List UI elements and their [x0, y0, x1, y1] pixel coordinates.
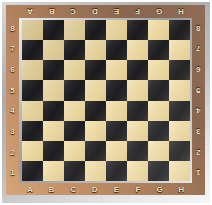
rank-labels-left-4: 4 — [6, 101, 19, 122]
file-labels-top-d: D — [84, 5, 106, 18]
file-labels-bottom: ABCDEFGH — [19, 183, 192, 195]
square-f1[interactable] — [127, 161, 148, 181]
rank-labels-left-8: 8 — [6, 18, 19, 39]
file-labels-bottom-d: D — [84, 183, 106, 195]
square-d3[interactable] — [85, 121, 106, 141]
rank-labels-left-5: 5 — [6, 80, 19, 101]
square-a6[interactable] — [22, 60, 43, 80]
square-b6[interactable] — [43, 60, 64, 80]
square-a7[interactable] — [22, 40, 43, 60]
square-c6[interactable] — [64, 60, 85, 80]
square-c1[interactable] — [64, 161, 85, 181]
rank-labels-left-2: 2 — [6, 142, 19, 163]
file-labels-top-h: H — [170, 5, 192, 18]
chessboard-widget: ABCDEFGH 87654321 87654321 ABCDEFGH — [0, 0, 212, 205]
square-a5[interactable] — [22, 80, 43, 100]
square-a1[interactable] — [22, 161, 43, 181]
rank-labels-right-1: 1 — [192, 162, 205, 183]
square-c2[interactable] — [64, 141, 85, 161]
square-e4[interactable] — [106, 101, 127, 121]
square-d5[interactable] — [85, 80, 106, 100]
rank-labels-left: 87654321 — [6, 18, 19, 183]
square-d2[interactable] — [85, 141, 106, 161]
square-f2[interactable] — [127, 141, 148, 161]
square-b3[interactable] — [43, 121, 64, 141]
square-f3[interactable] — [127, 121, 148, 141]
file-labels-top-c: C — [62, 5, 84, 18]
square-b5[interactable] — [43, 80, 64, 100]
rank-labels-right-4: 4 — [192, 101, 205, 122]
rank-labels-left-7: 7 — [6, 39, 19, 60]
square-e3[interactable] — [106, 121, 127, 141]
square-c5[interactable] — [64, 80, 85, 100]
square-g2[interactable] — [148, 141, 169, 161]
square-d6[interactable] — [85, 60, 106, 80]
square-e7[interactable] — [106, 40, 127, 60]
board-frame: ABCDEFGH 87654321 87654321 ABCDEFGH — [6, 5, 205, 195]
square-h8[interactable] — [169, 20, 190, 40]
file-labels-top-e: E — [106, 5, 128, 18]
chess-board — [22, 20, 190, 181]
square-c3[interactable] — [64, 121, 85, 141]
square-h1[interactable] — [169, 161, 190, 181]
square-f5[interactable] — [127, 80, 148, 100]
square-b2[interactable] — [43, 141, 64, 161]
rank-labels-left-1: 1 — [6, 162, 19, 183]
square-h2[interactable] — [169, 141, 190, 161]
square-g3[interactable] — [148, 121, 169, 141]
square-a3[interactable] — [22, 121, 43, 141]
square-e8[interactable] — [106, 20, 127, 40]
rank-labels-right-8: 8 — [192, 18, 205, 39]
file-labels-top-a: A — [19, 5, 41, 18]
file-labels-bottom-b: B — [41, 183, 63, 195]
square-f7[interactable] — [127, 40, 148, 60]
square-b4[interactable] — [43, 101, 64, 121]
square-e6[interactable] — [106, 60, 127, 80]
square-g1[interactable] — [148, 161, 169, 181]
square-c4[interactable] — [64, 101, 85, 121]
square-h4[interactable] — [169, 101, 190, 121]
rank-labels-right-7: 7 — [192, 39, 205, 60]
square-f8[interactable] — [127, 20, 148, 40]
square-b8[interactable] — [43, 20, 64, 40]
file-labels-top-b: B — [41, 5, 63, 18]
square-h5[interactable] — [169, 80, 190, 100]
rank-labels-left-6: 6 — [6, 59, 19, 80]
square-d8[interactable] — [85, 20, 106, 40]
square-c7[interactable] — [64, 40, 85, 60]
square-b1[interactable] — [43, 161, 64, 181]
square-h6[interactable] — [169, 60, 190, 80]
square-d1[interactable] — [85, 161, 106, 181]
square-e5[interactable] — [106, 80, 127, 100]
file-labels-bottom-a: A — [19, 183, 41, 195]
square-g5[interactable] — [148, 80, 169, 100]
square-f6[interactable] — [127, 60, 148, 80]
file-labels-bottom-c: C — [62, 183, 84, 195]
rank-labels-right-6: 6 — [192, 59, 205, 80]
square-g7[interactable] — [148, 40, 169, 60]
square-g8[interactable] — [148, 20, 169, 40]
rank-labels-right-3: 3 — [192, 121, 205, 142]
file-labels-bottom-h: H — [170, 183, 192, 195]
square-f4[interactable] — [127, 101, 148, 121]
rank-labels-right-5: 5 — [192, 80, 205, 101]
square-h7[interactable] — [169, 40, 190, 60]
board-inner-bevel — [19, 18, 192, 183]
square-a4[interactable] — [22, 101, 43, 121]
square-a8[interactable] — [22, 20, 43, 40]
square-g6[interactable] — [148, 60, 169, 80]
square-e2[interactable] — [106, 141, 127, 161]
file-labels-top-g: G — [149, 5, 171, 18]
square-c8[interactable] — [64, 20, 85, 40]
file-labels-top-f: F — [127, 5, 149, 18]
file-labels-bottom-f: F — [127, 183, 149, 195]
square-d4[interactable] — [85, 101, 106, 121]
square-g4[interactable] — [148, 101, 169, 121]
file-labels-bottom-e: E — [106, 183, 128, 195]
rank-labels-left-3: 3 — [6, 121, 19, 142]
board-outer-bevel: ABCDEFGH 87654321 87654321 ABCDEFGH — [2, 2, 210, 203]
rank-labels-right: 87654321 — [192, 18, 205, 183]
square-b7[interactable] — [43, 40, 64, 60]
file-labels-top: ABCDEFGH — [19, 5, 192, 18]
rank-labels-right-2: 2 — [192, 142, 205, 163]
square-d7[interactable] — [85, 40, 106, 60]
square-a2[interactable] — [22, 141, 43, 161]
file-labels-bottom-g: G — [149, 183, 171, 195]
square-h3[interactable] — [169, 121, 190, 141]
square-e1[interactable] — [106, 161, 127, 181]
